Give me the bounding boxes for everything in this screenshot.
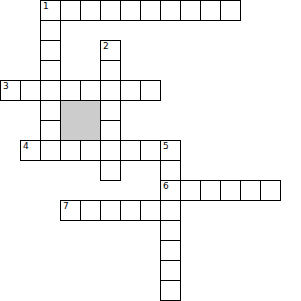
- crossword-cell[interactable]: [120, 200, 141, 221]
- crossword-cell[interactable]: [220, 0, 241, 21]
- crossword-cell[interactable]: [140, 80, 161, 101]
- crossword-cell[interactable]: [180, 180, 201, 201]
- crossword-cell[interactable]: [140, 0, 161, 21]
- crossword-cell[interactable]: [60, 80, 81, 101]
- crossword-cell[interactable]: [160, 260, 181, 281]
- clue-number: 7: [63, 201, 69, 211]
- crossword-cell[interactable]: [260, 180, 281, 201]
- crossword-cell[interactable]: [80, 140, 101, 161]
- crossword-cell[interactable]: [40, 40, 61, 61]
- crossword-cell[interactable]: [100, 100, 121, 121]
- crossword-cell[interactable]: [160, 0, 181, 21]
- crossword-cell[interactable]: 5: [160, 140, 181, 161]
- crossword-cell[interactable]: 3: [0, 80, 21, 101]
- crossword-grid: 1234567: [0, 0, 301, 301]
- crossword-cell[interactable]: 1: [40, 0, 61, 21]
- crossword-cell[interactable]: 6: [160, 180, 181, 201]
- crossword-cell[interactable]: [160, 160, 181, 181]
- clue-number: 3: [3, 81, 9, 91]
- crossword-cell[interactable]: [100, 200, 121, 221]
- crossword-cell[interactable]: [120, 0, 141, 21]
- crossword-cell[interactable]: [60, 0, 81, 21]
- crossword-cell[interactable]: 2: [100, 40, 121, 61]
- clue-number: 4: [23, 141, 29, 151]
- crossword-cell[interactable]: [40, 20, 61, 41]
- crossword-cell[interactable]: [200, 180, 221, 201]
- crossword-cell[interactable]: [100, 160, 121, 181]
- crossword-cell[interactable]: 7: [60, 200, 81, 221]
- crossword-cell[interactable]: [20, 80, 41, 101]
- crossword-cell[interactable]: [40, 140, 61, 161]
- crossword-cell[interactable]: [220, 180, 241, 201]
- clue-number: 5: [163, 141, 169, 151]
- crossword-cell[interactable]: [160, 220, 181, 241]
- crossword-cell[interactable]: [80, 200, 101, 221]
- crossword-cell[interactable]: [240, 180, 261, 201]
- crossword-cell[interactable]: [40, 120, 61, 141]
- crossword-cell[interactable]: [40, 80, 61, 101]
- crossword-cell[interactable]: [80, 80, 101, 101]
- crossword-cell[interactable]: [40, 100, 61, 121]
- clue-number: 6: [163, 181, 169, 191]
- blocked-region: [60, 100, 101, 141]
- crossword-cell[interactable]: [100, 80, 121, 101]
- crossword-cell[interactable]: [120, 140, 141, 161]
- crossword-cell[interactable]: [60, 140, 81, 161]
- crossword-cell[interactable]: [140, 140, 161, 161]
- crossword-cell[interactable]: [40, 60, 61, 81]
- crossword-cell[interactable]: [160, 280, 181, 301]
- crossword-cell[interactable]: [80, 0, 101, 21]
- crossword-cell[interactable]: [160, 200, 181, 221]
- clue-number: 1: [43, 1, 49, 11]
- crossword-cell[interactable]: [100, 120, 121, 141]
- crossword-cell[interactable]: 4: [20, 140, 41, 161]
- crossword-cell[interactable]: [180, 0, 201, 21]
- crossword-cell[interactable]: [120, 80, 141, 101]
- crossword-cell[interactable]: [200, 0, 221, 21]
- clue-number: 2: [103, 41, 109, 51]
- crossword-cell[interactable]: [160, 240, 181, 261]
- crossword-cell[interactable]: [100, 0, 121, 21]
- crossword-cell[interactable]: [100, 60, 121, 81]
- crossword-cell[interactable]: [100, 140, 121, 161]
- crossword-cell[interactable]: [140, 200, 161, 221]
